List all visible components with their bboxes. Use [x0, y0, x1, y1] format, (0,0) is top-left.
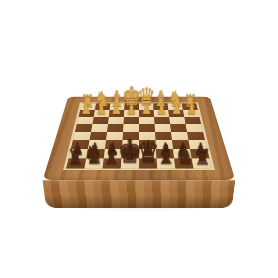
board-square[interactable]: ♜	[192, 158, 212, 168]
board-square[interactable]	[154, 117, 170, 124]
board-front-edge	[43, 180, 236, 208]
board-square[interactable]	[75, 124, 92, 132]
board-frame: ♜♞♝♚♛♝♞♜♟♟♟♟♟♟♟♟♟♟♟♟♟♟♟♟♜♞♝♚♛♝♞♜	[43, 97, 236, 181]
chess-piece-wP[interactable]: ♟	[186, 102, 197, 116]
chess-piece-bN[interactable]: ♞	[84, 142, 104, 168]
board-square[interactable]: ♞	[174, 158, 193, 168]
wooden-board-box: ♜♞♝♚♛♝♞♜♟♟♟♟♟♟♟♟♟♟♟♟♟♟♟♟♜♞♝♚♛♝♞♜	[43, 97, 236, 181]
board-square[interactable]	[123, 124, 139, 132]
chess-piece-wP[interactable]: ♟	[141, 102, 152, 116]
chess-piece-bB[interactable]: ♝	[156, 141, 177, 168]
board-square[interactable]	[184, 117, 201, 124]
board-square[interactable]	[169, 117, 185, 124]
chess-piece-wP[interactable]: ♟	[96, 102, 107, 116]
chess-piece-wP[interactable]: ♟	[81, 102, 92, 116]
chess-piece-bR[interactable]: ♜	[194, 146, 211, 168]
board-square[interactable]	[186, 124, 203, 132]
product-photo: ♜♞♝♚♛♝♞♜♟♟♟♟♟♟♟♟♟♟♟♟♟♟♟♟♜♞♝♚♛♝♞♜	[0, 0, 278, 278]
board-square[interactable]: ♟	[94, 110, 110, 117]
chess-piece-wP[interactable]: ♟	[126, 102, 137, 116]
chess-piece-wP[interactable]: ♟	[156, 102, 167, 116]
chess-piece-bN[interactable]: ♞	[175, 142, 195, 168]
board-square[interactable]	[139, 117, 155, 124]
board-square[interactable]	[107, 124, 123, 132]
board-square[interactable]	[108, 117, 124, 124]
board-square[interactable]	[155, 124, 171, 132]
board-square[interactable]: ♟	[109, 110, 125, 117]
board-square[interactable]: ♟	[139, 110, 154, 117]
board-square[interactable]	[170, 124, 187, 132]
chess-piece-wP[interactable]: ♟	[171, 102, 182, 116]
board-square[interactable]	[139, 124, 155, 132]
board-square[interactable]	[92, 117, 108, 124]
board-square[interactable]: ♟	[168, 110, 184, 117]
board-square[interactable]: ♟	[154, 110, 170, 117]
board-square[interactable]	[123, 117, 139, 124]
board-square[interactable]: ♝	[157, 158, 176, 168]
board-square[interactable]	[77, 117, 94, 124]
board-square[interactable]: ♟	[183, 110, 199, 117]
board-square[interactable]: ♟	[79, 110, 95, 117]
chess-board: ♜♞♝♚♛♝♞♜♟♟♟♟♟♟♟♟♟♟♟♟♟♟♟♟♜♞♝♚♛♝♞♜	[63, 102, 215, 169]
board-square[interactable]: ♛	[139, 158, 157, 168]
board-square[interactable]	[91, 124, 108, 132]
chess-piece-bR[interactable]: ♜	[67, 146, 84, 168]
board-square[interactable]: ♟	[124, 110, 139, 117]
chess-piece-wP[interactable]: ♟	[111, 102, 122, 116]
